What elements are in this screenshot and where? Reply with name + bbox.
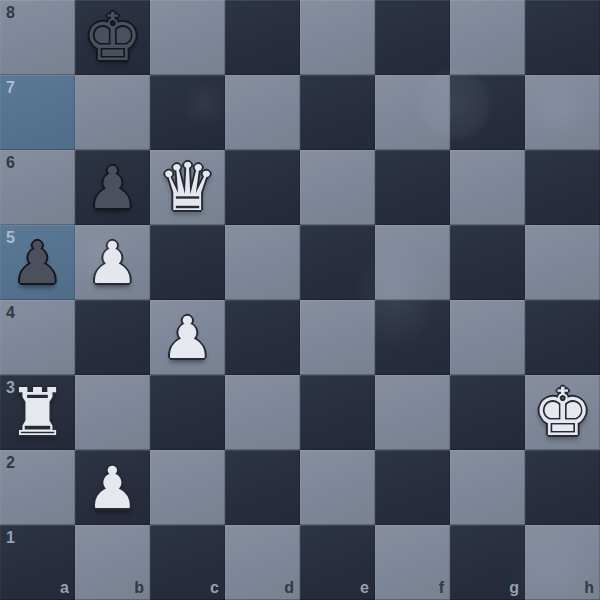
square-a6[interactable]: 6 [0,150,75,225]
square-a3[interactable]: 3♜ [0,375,75,450]
square-d3[interactable] [225,375,300,450]
square-h1[interactable]: h [525,525,600,600]
white-pawn-glyph: ♟ [162,304,214,372]
square-g6[interactable] [450,150,525,225]
square-d1[interactable]: d [225,525,300,600]
square-b5[interactable]: ♟ [75,225,150,300]
square-c1[interactable]: c [150,525,225,600]
file-label-e: e [360,580,369,596]
rank-label-7: 7 [6,80,15,96]
square-c2[interactable] [150,450,225,525]
square-c8[interactable] [150,0,225,75]
square-h7[interactable] [525,75,600,150]
black-pawn-glyph: ♟ [87,154,139,222]
file-label-g: g [509,580,519,596]
square-a4[interactable]: 4 [0,300,75,375]
square-b1[interactable]: b [75,525,150,600]
piece-white-pawn-b2[interactable]: ♟ [75,450,150,525]
square-h5[interactable] [525,225,600,300]
square-a7[interactable]: 7 [0,75,75,150]
square-g8[interactable] [450,0,525,75]
square-b4[interactable] [75,300,150,375]
square-g3[interactable] [450,375,525,450]
square-f1[interactable]: f [375,525,450,600]
piece-white-queen-c6[interactable]: ♛ [150,150,225,225]
square-c3[interactable] [150,375,225,450]
square-f7[interactable] [375,75,450,150]
square-d5[interactable] [225,225,300,300]
white-rook-glyph: ♜ [8,374,67,451]
square-e3[interactable] [300,375,375,450]
square-b7[interactable] [75,75,150,150]
piece-black-king-b8[interactable]: ♚ [75,0,150,75]
white-pawn-glyph: ♟ [87,454,139,522]
file-label-a: a [60,580,69,596]
square-h2[interactable] [525,450,600,525]
square-e4[interactable] [300,300,375,375]
square-e1[interactable]: e [300,525,375,600]
square-c7[interactable] [150,75,225,150]
white-pawn-glyph: ♟ [87,229,139,297]
square-e8[interactable] [300,0,375,75]
square-f4[interactable] [375,300,450,375]
square-d8[interactable] [225,0,300,75]
square-a5[interactable]: 5♟ [0,225,75,300]
white-king-glyph: ♚ [533,374,592,451]
square-b2[interactable]: ♟ [75,450,150,525]
square-h8[interactable] [525,0,600,75]
rank-label-1: 1 [6,530,15,546]
piece-white-rook-a3[interactable]: ♜ [0,375,75,450]
rank-label-4: 4 [6,305,15,321]
square-g1[interactable]: g [450,525,525,600]
piece-white-pawn-b5[interactable]: ♟ [75,225,150,300]
square-b8[interactable]: ♚ [75,0,150,75]
chess-board: 8♚76♟♛5♟♟4♟3♜♚2♟1abcdefgh [0,0,600,600]
square-d7[interactable] [225,75,300,150]
square-f5[interactable] [375,225,450,300]
square-c5[interactable] [150,225,225,300]
piece-white-pawn-c4[interactable]: ♟ [150,300,225,375]
square-f3[interactable] [375,375,450,450]
square-b3[interactable] [75,375,150,450]
file-label-h: h [584,580,594,596]
black-pawn-glyph: ♟ [12,229,64,297]
square-a2[interactable]: 2 [0,450,75,525]
chess-board-grid: 8♚76♟♛5♟♟4♟3♜♚2♟1abcdefgh [0,0,600,600]
square-h4[interactable] [525,300,600,375]
square-a8[interactable]: 8 [0,0,75,75]
square-e7[interactable] [300,75,375,150]
square-f8[interactable] [375,0,450,75]
file-label-d: d [284,580,294,596]
square-c4[interactable]: ♟ [150,300,225,375]
square-g2[interactable] [450,450,525,525]
rank-label-2: 2 [6,455,15,471]
square-a1[interactable]: 1a [0,525,75,600]
rank-label-6: 6 [6,155,15,171]
square-c6[interactable]: ♛ [150,150,225,225]
square-b6[interactable]: ♟ [75,150,150,225]
file-label-b: b [134,580,144,596]
black-king-glyph: ♚ [83,0,142,76]
file-label-f: f [439,580,444,596]
square-d2[interactable] [225,450,300,525]
square-d4[interactable] [225,300,300,375]
square-h3[interactable]: ♚ [525,375,600,450]
file-label-c: c [210,580,219,596]
square-g7[interactable] [450,75,525,150]
piece-black-pawn-b6[interactable]: ♟ [75,150,150,225]
white-queen-glyph: ♛ [158,149,217,226]
rank-label-8: 8 [6,5,15,21]
square-f6[interactable] [375,150,450,225]
square-h6[interactable] [525,150,600,225]
piece-white-king-h3[interactable]: ♚ [525,375,600,450]
square-g5[interactable] [450,225,525,300]
square-e2[interactable] [300,450,375,525]
piece-black-pawn-a5[interactable]: ♟ [0,225,75,300]
square-e5[interactable] [300,225,375,300]
square-e6[interactable] [300,150,375,225]
square-f2[interactable] [375,450,450,525]
square-g4[interactable] [450,300,525,375]
square-d6[interactable] [225,150,300,225]
